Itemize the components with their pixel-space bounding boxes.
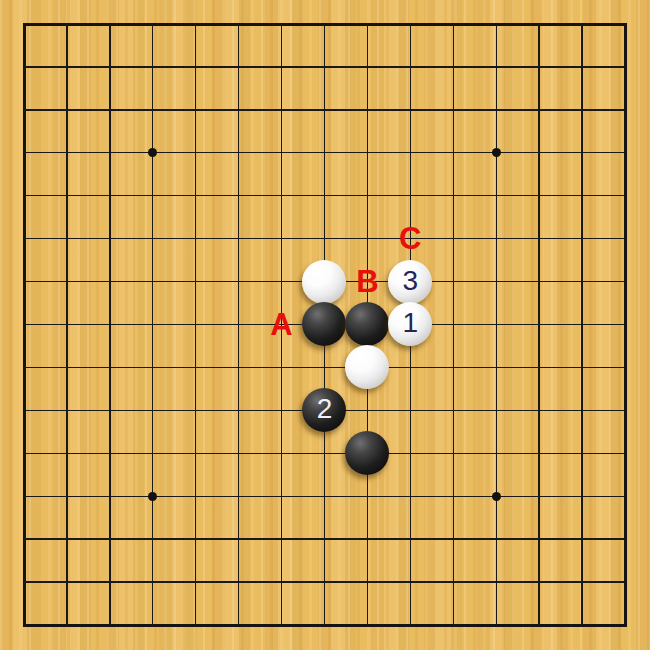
go-board[interactable]: 312ABC xyxy=(0,0,650,650)
board-grid: 312ABC xyxy=(3,3,647,647)
stone-black-J8 xyxy=(345,302,389,346)
stone-black-J5 xyxy=(345,431,389,475)
stone-white-J7 xyxy=(345,345,389,389)
move-number: 1 xyxy=(403,309,419,337)
stone-black-H8 xyxy=(302,302,346,346)
stone-white-K8: 1 xyxy=(388,302,432,346)
mark-B[interactable]: B xyxy=(356,266,378,297)
stone-white-K9: 3 xyxy=(388,260,432,304)
stone-white-H9 xyxy=(302,260,346,304)
mark-A[interactable]: A xyxy=(270,309,292,340)
move-number: 3 xyxy=(403,267,419,295)
stone-black-H6: 2 xyxy=(302,388,346,432)
move-number: 2 xyxy=(317,395,333,423)
mark-C[interactable]: C xyxy=(399,223,421,254)
